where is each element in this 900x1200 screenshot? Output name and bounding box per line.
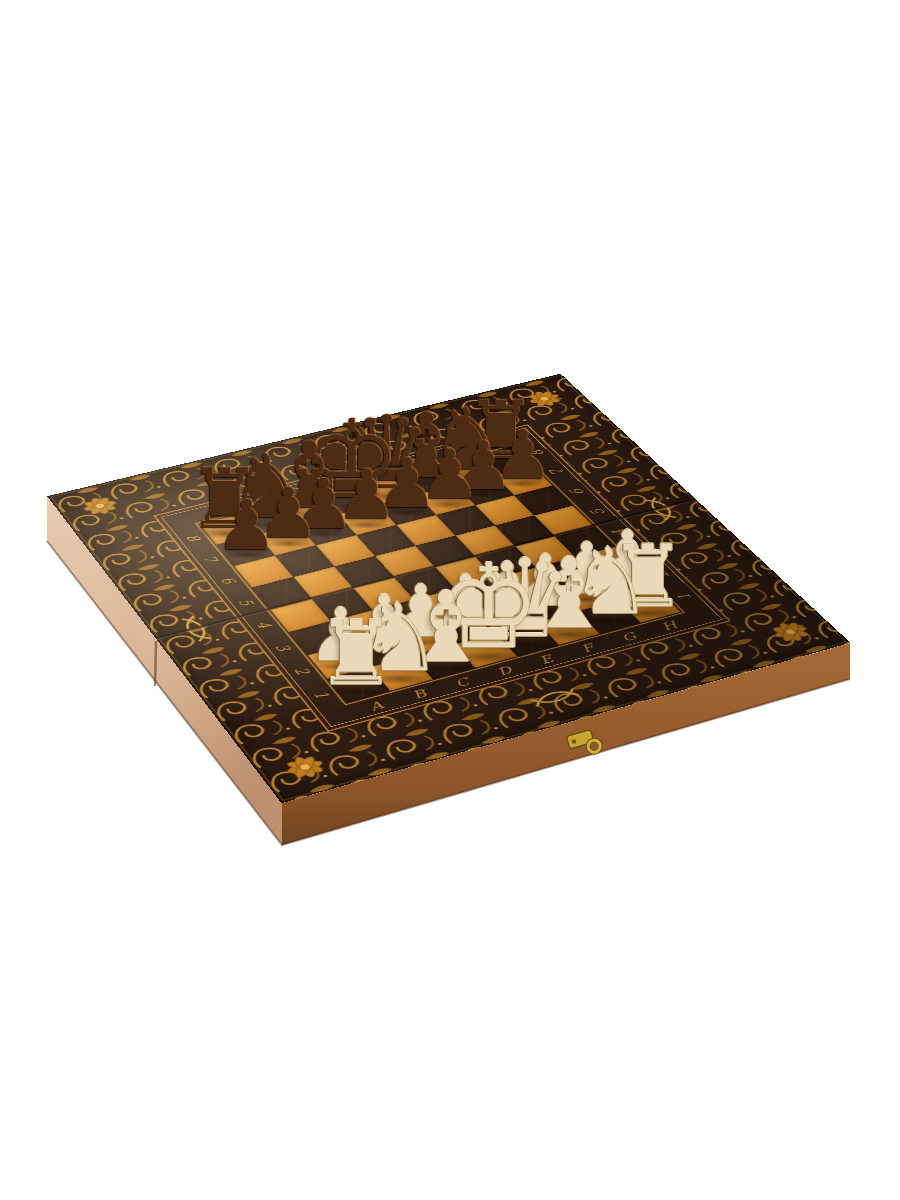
hinge-seam <box>155 641 156 686</box>
product-photo: 88AA77BB66CC55DD44EE33FF22GG11HH ♜♞♝♚♛♝♞… <box>0 0 900 1200</box>
